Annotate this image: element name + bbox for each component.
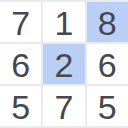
- cell-r2c1[interactable]: 6: [0, 44, 41, 84]
- cell-digit: 5: [11, 90, 30, 124]
- cell-digit: 7: [55, 90, 74, 124]
- sudoku-board: 7 1 8 6 2 6 5 7 5: [0, 0, 128, 128]
- cell-digit: 7: [11, 6, 30, 40]
- cell-r1c3[interactable]: 8: [87, 2, 128, 42]
- cell-r1c1[interactable]: 7: [0, 2, 41, 42]
- cell-r3c1[interactable]: 5: [0, 86, 41, 126]
- cell-r2c2[interactable]: 2: [43, 44, 84, 84]
- cell-digit: 2: [55, 48, 74, 82]
- cell-digit: 1: [55, 6, 74, 40]
- cell-r1c2[interactable]: 1: [43, 2, 84, 42]
- cell-r2c3[interactable]: 6: [87, 44, 128, 84]
- cell-digit: 5: [98, 90, 117, 124]
- cell-digit: 6: [11, 48, 30, 82]
- cell-digit: 6: [98, 48, 117, 82]
- cell-r3c2[interactable]: 7: [43, 86, 84, 126]
- cell-digit: 8: [98, 6, 117, 40]
- cell-r3c3[interactable]: 5: [87, 86, 128, 126]
